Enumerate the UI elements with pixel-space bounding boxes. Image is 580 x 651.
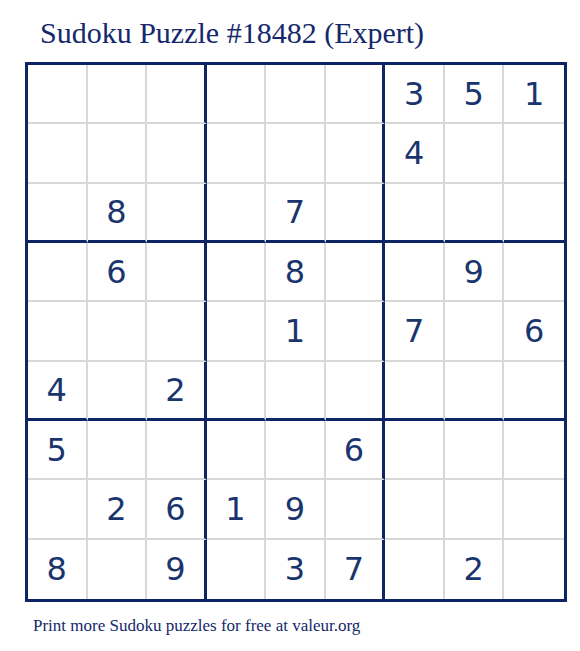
cell-r2c2 (88, 124, 148, 183)
cell-r4c3 (147, 243, 207, 302)
cell-r6c3: 2 (147, 362, 207, 421)
cell-r3c8 (445, 184, 505, 243)
cell-r6c1: 4 (28, 362, 88, 421)
cell-r6c8 (445, 362, 505, 421)
cell-r9c3: 9 (147, 540, 207, 599)
cell-r2c4 (207, 124, 267, 183)
cell-r2c3 (147, 124, 207, 183)
cell-r4c9 (504, 243, 564, 302)
cell-r2c6 (326, 124, 386, 183)
sudoku-board: 3514876891764256261989372 (25, 62, 567, 602)
cell-r3c9 (504, 184, 564, 243)
cell-r4c1 (28, 243, 88, 302)
cell-r1c8: 5 (445, 65, 505, 124)
cell-r8c6 (326, 480, 386, 539)
cell-r6c5 (266, 362, 326, 421)
cell-r5c2 (88, 302, 148, 361)
cell-r6c6 (326, 362, 386, 421)
cell-r3c2: 8 (88, 184, 148, 243)
cell-r6c9 (504, 362, 564, 421)
cell-r9c1: 8 (28, 540, 88, 599)
cell-r4c8: 9 (445, 243, 505, 302)
cell-r3c3 (147, 184, 207, 243)
cell-r3c1 (28, 184, 88, 243)
cell-r7c7 (385, 421, 445, 480)
cell-r9c8: 2 (445, 540, 505, 599)
cell-r4c5: 8 (266, 243, 326, 302)
cell-r7c5 (266, 421, 326, 480)
page-title: Sudoku Puzzle #18482 (Expert) (0, 0, 580, 50)
cell-r2c7: 4 (385, 124, 445, 183)
cell-r1c9: 1 (504, 65, 564, 124)
cell-r4c4 (207, 243, 267, 302)
cell-r8c1 (28, 480, 88, 539)
footer-credit: Print more Sudoku puzzles for free at va… (33, 616, 580, 636)
cell-r4c2: 6 (88, 243, 148, 302)
cell-r6c7 (385, 362, 445, 421)
cell-r8c7 (385, 480, 445, 539)
cell-r5c7: 7 (385, 302, 445, 361)
cell-r6c4 (207, 362, 267, 421)
cell-r2c8 (445, 124, 505, 183)
cell-r1c6 (326, 65, 386, 124)
cell-r1c7: 3 (385, 65, 445, 124)
cell-r8c5: 9 (266, 480, 326, 539)
cell-r2c5 (266, 124, 326, 183)
cell-r7c8 (445, 421, 505, 480)
cell-r5c6 (326, 302, 386, 361)
cell-r2c1 (28, 124, 88, 183)
cell-r5c4 (207, 302, 267, 361)
cell-r4c7 (385, 243, 445, 302)
cell-r1c3 (147, 65, 207, 124)
cell-r7c9 (504, 421, 564, 480)
cell-r7c4 (207, 421, 267, 480)
cell-r3c5: 7 (266, 184, 326, 243)
cell-r9c9 (504, 540, 564, 599)
cell-r1c4 (207, 65, 267, 124)
cell-r4c6 (326, 243, 386, 302)
cell-r1c2 (88, 65, 148, 124)
cell-r7c1: 5 (28, 421, 88, 480)
cell-r8c4: 1 (207, 480, 267, 539)
cell-r5c3 (147, 302, 207, 361)
cell-r9c6: 7 (326, 540, 386, 599)
cell-r6c2 (88, 362, 148, 421)
cell-r7c3 (147, 421, 207, 480)
cell-r8c9 (504, 480, 564, 539)
cell-r9c2 (88, 540, 148, 599)
cell-r7c2 (88, 421, 148, 480)
cell-r8c2: 2 (88, 480, 148, 539)
cell-r3c4 (207, 184, 267, 243)
cell-r7c6: 6 (326, 421, 386, 480)
cell-r5c8 (445, 302, 505, 361)
cell-r9c4 (207, 540, 267, 599)
cell-r1c5 (266, 65, 326, 124)
cell-r8c8 (445, 480, 505, 539)
cell-r8c3: 6 (147, 480, 207, 539)
cell-r2c9 (504, 124, 564, 183)
cell-r5c5: 1 (266, 302, 326, 361)
cell-r5c9: 6 (504, 302, 564, 361)
cell-r1c1 (28, 65, 88, 124)
cell-r3c6 (326, 184, 386, 243)
sudoku-page: Sudoku Puzzle #18482 (Expert) 3514876891… (0, 0, 580, 636)
cell-r9c7 (385, 540, 445, 599)
cell-r9c5: 3 (266, 540, 326, 599)
cell-r5c1 (28, 302, 88, 361)
cell-r3c7 (385, 184, 445, 243)
